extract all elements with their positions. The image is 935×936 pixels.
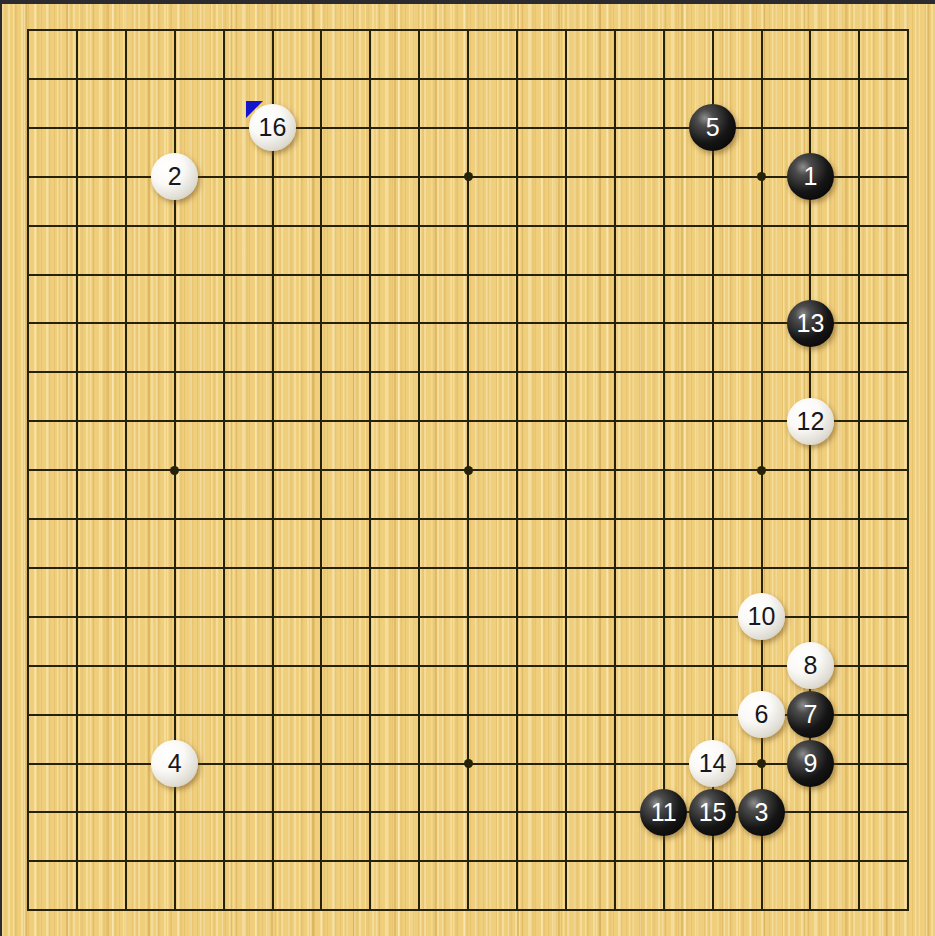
board-layer: 12345678910111213141516 [0, 0, 935, 936]
grid-line-horizontal [27, 909, 909, 911]
black-stone-move-11: 11 [640, 789, 687, 836]
white-stone-move-10: 10 [738, 593, 785, 640]
white-stone-move-2: 2 [151, 153, 198, 200]
white-stone-move-4: 4 [151, 740, 198, 787]
stone-number: 13 [796, 311, 824, 336]
grid-line-vertical [858, 29, 860, 911]
stone-number: 2 [168, 164, 182, 189]
stone-number: 8 [803, 653, 817, 678]
star-point [170, 466, 179, 475]
white-stone-move-14: 14 [689, 740, 736, 787]
stone-number: 7 [803, 702, 817, 727]
stone-number: 9 [803, 751, 817, 776]
grid-line-horizontal [27, 860, 909, 862]
grid-line-horizontal [27, 518, 909, 520]
grid-line-vertical [663, 29, 665, 911]
grid-line-horizontal [27, 567, 909, 569]
grid-line-horizontal [27, 665, 909, 667]
stone-number: 14 [699, 751, 727, 776]
stone-number: 12 [796, 409, 824, 434]
stone-number: 11 [651, 800, 677, 825]
stone-number: 10 [748, 604, 776, 629]
black-stone-move-7: 7 [787, 691, 834, 738]
black-stone-move-15: 15 [689, 789, 736, 836]
stone-number: 4 [168, 751, 182, 776]
grid-line-vertical [907, 29, 909, 911]
grid-line-vertical [565, 29, 567, 911]
star-point [757, 759, 766, 768]
grid-line-vertical [614, 29, 616, 911]
black-stone-move-5: 5 [689, 104, 736, 151]
star-point [464, 759, 473, 768]
white-stone-move-8: 8 [787, 642, 834, 689]
stone-number: 6 [755, 702, 769, 727]
black-stone-move-3: 3 [738, 789, 785, 836]
white-stone-move-12: 12 [787, 398, 834, 445]
go-app-window: 12345678910111213141516 [0, 0, 935, 936]
stone-number: 5 [706, 115, 720, 140]
stone-number: 1 [803, 164, 817, 189]
white-stone-move-6: 6 [738, 691, 785, 738]
black-stone-move-13: 13 [787, 300, 834, 347]
white-stone-move-16: 16 [249, 104, 296, 151]
stone-number: 15 [699, 800, 727, 825]
grid-line-vertical [516, 29, 518, 911]
star-point [464, 466, 473, 475]
star-point [464, 172, 473, 181]
stone-number: 16 [259, 115, 287, 140]
star-point [757, 466, 766, 475]
star-point [757, 172, 766, 181]
black-stone-move-9: 9 [787, 740, 834, 787]
last-move-marker-icon [246, 101, 263, 118]
stone-number: 3 [755, 800, 769, 825]
black-stone-move-1: 1 [787, 153, 834, 200]
